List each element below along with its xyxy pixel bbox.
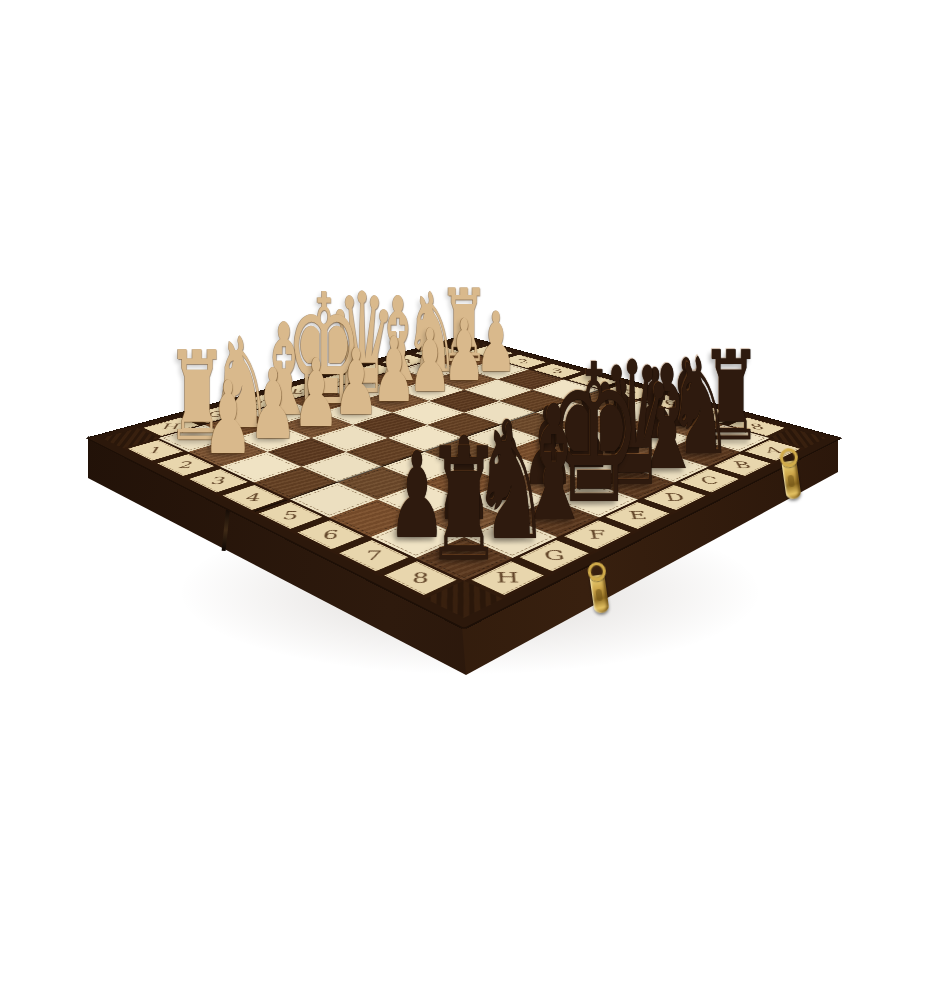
rank-label-3: 3 — [209, 476, 228, 486]
rank-label-1: 1 — [146, 446, 165, 455]
piece-white-p-h2: ♟ — [203, 368, 253, 469]
piece-white-p-e2: ♟ — [333, 336, 379, 428]
rank-label-4: 4 — [244, 492, 263, 502]
piece-white-p-g2: ♟ — [249, 357, 297, 454]
product-photo: 12345678AABBCCDDEEFFGGHH12345678 ♜♞♝♛♚♝♞… — [0, 0, 927, 1000]
rank-label-7: 7 — [365, 549, 383, 562]
piece-black-r-h8: ♜ — [425, 428, 502, 584]
rank-label-5: 5 — [281, 510, 300, 521]
rank-label-2: 2 — [517, 359, 528, 365]
piece-white-p-f2: ♟ — [292, 346, 339, 440]
rank-label-6: 6 — [321, 528, 339, 540]
